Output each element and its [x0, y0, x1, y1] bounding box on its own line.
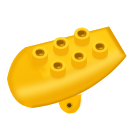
tab-pin-hole — [67, 103, 71, 107]
stud-back-left — [32, 47, 48, 67]
stud-front-right — [92, 41, 108, 61]
stud-front-left — [50, 60, 66, 80]
stud-front-middle — [71, 50, 87, 70]
product-image — [0, 0, 135, 135]
duplo-roof-piece — [0, 0, 135, 135]
stud-back-middle — [53, 37, 69, 57]
stud-back-right — [74, 28, 90, 48]
